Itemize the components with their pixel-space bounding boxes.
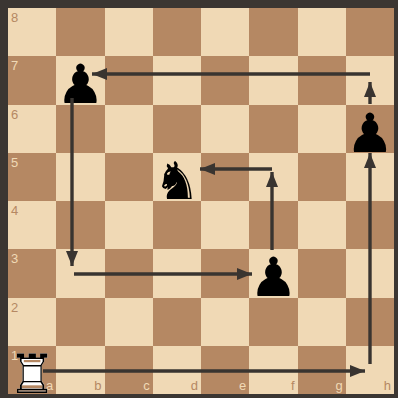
- square-c8[interactable]: [105, 8, 153, 56]
- square-g6[interactable]: [298, 105, 346, 153]
- square-d7[interactable]: [153, 56, 201, 104]
- square-a6[interactable]: 6: [8, 105, 56, 153]
- square-d8[interactable]: [153, 8, 201, 56]
- chessboard: 87♟6♟5♞43♟21a♜♖bcdefgh: [0, 0, 398, 398]
- square-g4[interactable]: [298, 201, 346, 249]
- file-label-c: c: [143, 379, 150, 392]
- rank-label-4: 4: [11, 204, 18, 217]
- square-c7[interactable]: [105, 56, 153, 104]
- square-e4[interactable]: [201, 201, 249, 249]
- square-e2[interactable]: [201, 298, 249, 346]
- square-f3[interactable]: ♟: [249, 249, 297, 297]
- square-g8[interactable]: [298, 8, 346, 56]
- file-label-b: b: [94, 379, 101, 392]
- piece-black-knight[interactable]: ♞: [153, 153, 201, 201]
- square-e3[interactable]: [201, 249, 249, 297]
- file-label-e: e: [239, 379, 246, 392]
- square-a1[interactable]: 1a♜♖: [8, 346, 56, 394]
- square-e7[interactable]: [201, 56, 249, 104]
- square-h5[interactable]: [346, 153, 394, 201]
- square-f7[interactable]: [249, 56, 297, 104]
- square-h4[interactable]: [346, 201, 394, 249]
- rank-label-8: 8: [11, 11, 18, 24]
- square-g1[interactable]: g: [298, 346, 346, 394]
- square-c3[interactable]: [105, 249, 153, 297]
- square-a4[interactable]: 4: [8, 201, 56, 249]
- square-a8[interactable]: 8: [8, 8, 56, 56]
- square-b6[interactable]: [56, 105, 104, 153]
- square-b5[interactable]: [56, 153, 104, 201]
- square-a2[interactable]: 2: [8, 298, 56, 346]
- square-f5[interactable]: [249, 153, 297, 201]
- file-label-g: g: [336, 379, 343, 392]
- rank-label-2: 2: [11, 301, 18, 314]
- square-b1[interactable]: b: [56, 346, 104, 394]
- square-h6[interactable]: ♟: [346, 105, 394, 153]
- square-f8[interactable]: [249, 8, 297, 56]
- square-h8[interactable]: [346, 8, 394, 56]
- square-d3[interactable]: [153, 249, 201, 297]
- square-c4[interactable]: [105, 201, 153, 249]
- rank-label-5: 5: [11, 156, 18, 169]
- square-h2[interactable]: [346, 298, 394, 346]
- square-e8[interactable]: [201, 8, 249, 56]
- rank-label-7: 7: [11, 59, 18, 72]
- square-h3[interactable]: [346, 249, 394, 297]
- square-h1[interactable]: h: [346, 346, 394, 394]
- square-c6[interactable]: [105, 105, 153, 153]
- square-e5[interactable]: [201, 153, 249, 201]
- piece-black-pawn[interactable]: ♟: [249, 249, 297, 297]
- square-d6[interactable]: [153, 105, 201, 153]
- square-a7[interactable]: 7: [8, 56, 56, 104]
- piece-black-pawn[interactable]: ♟: [346, 105, 394, 153]
- piece-white-rook[interactable]: ♜♖: [8, 346, 56, 394]
- square-d2[interactable]: [153, 298, 201, 346]
- square-d4[interactable]: [153, 201, 201, 249]
- square-g5[interactable]: [298, 153, 346, 201]
- square-e6[interactable]: [201, 105, 249, 153]
- square-a5[interactable]: 5: [8, 153, 56, 201]
- rank-label-6: 6: [11, 108, 18, 121]
- square-g2[interactable]: [298, 298, 346, 346]
- square-d5[interactable]: ♞: [153, 153, 201, 201]
- square-f1[interactable]: f: [249, 346, 297, 394]
- square-a3[interactable]: 3: [8, 249, 56, 297]
- square-e1[interactable]: e: [201, 346, 249, 394]
- file-label-h: h: [384, 379, 391, 392]
- square-b2[interactable]: [56, 298, 104, 346]
- square-h7[interactable]: [346, 56, 394, 104]
- square-b8[interactable]: [56, 8, 104, 56]
- square-f2[interactable]: [249, 298, 297, 346]
- square-b4[interactable]: [56, 201, 104, 249]
- rank-label-3: 3: [11, 252, 18, 265]
- square-b3[interactable]: [56, 249, 104, 297]
- square-g7[interactable]: [298, 56, 346, 104]
- square-f6[interactable]: [249, 105, 297, 153]
- square-d1[interactable]: d: [153, 346, 201, 394]
- square-c1[interactable]: c: [105, 346, 153, 394]
- board-squares: 87♟6♟5♞43♟21a♜♖bcdefgh: [8, 8, 394, 394]
- square-b7[interactable]: ♟: [56, 56, 104, 104]
- file-label-d: d: [191, 379, 198, 392]
- square-g3[interactable]: [298, 249, 346, 297]
- square-c2[interactable]: [105, 298, 153, 346]
- square-c5[interactable]: [105, 153, 153, 201]
- square-f4[interactable]: [249, 201, 297, 249]
- piece-black-pawn[interactable]: ♟: [56, 56, 104, 104]
- file-label-f: f: [291, 379, 295, 392]
